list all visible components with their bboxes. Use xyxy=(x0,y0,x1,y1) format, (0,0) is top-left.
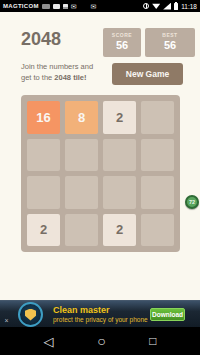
screenshot-icon xyxy=(63,4,68,9)
back-button-icon[interactable]: ◁ xyxy=(44,334,54,349)
score-value: 56 xyxy=(103,39,141,51)
board-cell-r3c3 xyxy=(141,214,174,247)
board-cell-r1c0 xyxy=(27,139,60,172)
wifi-icon xyxy=(152,3,160,9)
intro-line2-bold: 2048 tile! xyxy=(54,73,86,82)
board-cell-r2c3 xyxy=(141,176,174,209)
sim-card-icon xyxy=(42,4,50,9)
ad-banner[interactable]: × Clean master protect the privacy of yo… xyxy=(0,300,200,327)
data-usage-icon xyxy=(143,3,149,9)
intro-line1: Join the numbers and xyxy=(21,62,93,71)
battery-icon xyxy=(174,3,178,10)
best-label: BEST xyxy=(145,32,195,38)
mail-icon: ✉ xyxy=(71,4,77,9)
ad-close-icon[interactable]: × xyxy=(2,316,11,325)
floating-percent-badge[interactable]: 72 xyxy=(185,195,199,209)
board-cell-r0c1: 8 xyxy=(65,101,98,134)
board-cell-r0c3 xyxy=(141,101,174,134)
ad-subtitle: protect the privacy of your phone xyxy=(53,316,148,323)
board-cell-r1c3 xyxy=(141,139,174,172)
carrier-label: MAGTICOM xyxy=(3,3,39,9)
mail-icon: ✉ xyxy=(91,4,97,9)
board-cell-r1c1 xyxy=(65,139,98,172)
recents-button-icon[interactable]: □ xyxy=(149,334,156,348)
shield-icon xyxy=(25,309,36,321)
board-cell-r3c1 xyxy=(65,214,98,247)
board-cell-r1c2 xyxy=(103,139,136,172)
best-box: BEST 56 xyxy=(145,28,195,57)
system-notification-icon xyxy=(53,4,60,9)
score-box: SCORE 56 xyxy=(103,28,141,57)
home-button-icon[interactable]: ○ xyxy=(97,333,105,349)
intro-line2: get to the xyxy=(21,73,54,82)
phone-screen: MAGTICOM ✉ ✉ 11:18 2048 SCORE 56 BEST 56… xyxy=(0,0,200,355)
cell-signal-icon xyxy=(163,3,171,10)
download-button[interactable]: Download xyxy=(150,308,185,321)
score-label: SCORE xyxy=(103,32,141,38)
board-cell-r2c0 xyxy=(27,176,60,209)
board-cell-r3c0: 2 xyxy=(27,214,60,247)
board-cell-r0c0: 16 xyxy=(27,101,60,134)
game-board[interactable]: 16 8 2 2 2 xyxy=(21,95,180,252)
status-bar: MAGTICOM ✉ ✉ 11:18 xyxy=(0,0,200,12)
intro-text: Join the numbers and get to the 2048 til… xyxy=(21,61,113,83)
clock-label: 11:18 xyxy=(181,3,197,10)
best-value: 56 xyxy=(145,39,195,51)
board-cell-r2c2 xyxy=(103,176,136,209)
new-game-button[interactable]: New Game xyxy=(112,63,183,85)
page-title: 2048 xyxy=(21,29,61,50)
android-nav-bar: ◁ ○ □ xyxy=(0,327,200,355)
ad-title: Clean master xyxy=(53,305,110,315)
board-cell-r0c2: 2 xyxy=(103,101,136,134)
board-cell-r3c2: 2 xyxy=(103,214,136,247)
board-cell-r2c1 xyxy=(65,176,98,209)
ad-app-icon xyxy=(18,302,43,327)
